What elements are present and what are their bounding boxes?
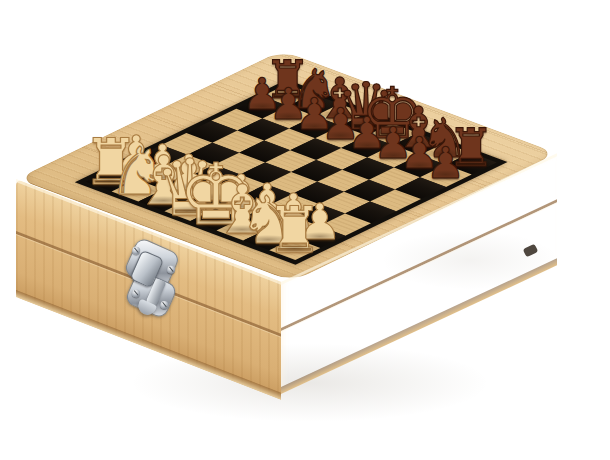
product-photo-chess-box: ♜♞♝♛♚♝♞♜♟♟♟♟♟♟♟♟♟♟♟♟♟♟♟♟♜♞♝♛♚♝♞♜ — [0, 0, 610, 460]
chess-piece-white-rook[interactable]: ♜ — [263, 199, 327, 251]
piece-glyph: ♜ — [263, 199, 327, 263]
latch-screw — [166, 265, 175, 274]
chess-piece-black-pawn[interactable]: ♟ — [424, 142, 467, 178]
